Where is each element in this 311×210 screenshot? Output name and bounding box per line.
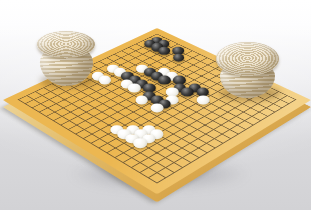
black-stone [158,47,170,55]
white-stone [134,138,148,148]
white-stone [135,95,148,104]
stone-bowl-right [216,42,280,98]
photo-backdrop [0,0,311,210]
black-stone [173,54,185,62]
bowl-lid [37,31,95,58]
white-stone [151,103,164,112]
black-stone [158,75,170,84]
bowl-lid [216,42,279,76]
white-stone [128,83,140,92]
white-stone [99,75,111,84]
stone-bowl-left [37,29,96,86]
black-stone [181,87,193,96]
white-stone [197,95,210,104]
